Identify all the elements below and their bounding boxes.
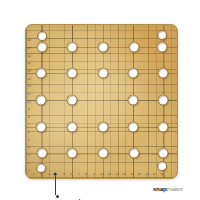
ruler-label: 8 — [86, 173, 88, 176]
peg-hole[interactable] — [99, 149, 108, 158]
peg-hole[interactable] — [99, 68, 108, 77]
ruler-label: 1 — [28, 169, 30, 172]
logo-text-bold: snap — [153, 185, 167, 191]
peg-hole[interactable] — [67, 95, 76, 104]
ruler-label: 5 — [63, 173, 65, 176]
peg-hole[interactable] — [99, 42, 108, 51]
ruler-label: 16 — [145, 173, 148, 176]
peg-hole[interactable] — [99, 122, 108, 131]
ruler-label: 16 — [27, 54, 30, 57]
ruler-label: 2 — [28, 161, 30, 164]
peg-hole[interactable] — [158, 95, 167, 104]
ruler-label: 7 — [28, 123, 30, 126]
peg-hole[interactable] — [129, 149, 138, 158]
ruler-label: 12 — [27, 85, 30, 88]
peg-hole[interactable] — [158, 31, 166, 39]
origin-point-icon — [56, 195, 59, 198]
peg-hole[interactable] — [37, 164, 45, 172]
ruler-label: 18 — [27, 39, 30, 42]
peg-hole[interactable] — [68, 149, 77, 158]
ruler-label: 9 — [28, 108, 30, 111]
ruler-label: 6 — [28, 131, 30, 134]
peg-hole[interactable] — [37, 68, 46, 77]
ruler-label: 14 — [27, 70, 30, 73]
ruler-label: 15 — [138, 173, 141, 176]
peg-hole[interactable] — [129, 95, 138, 104]
peg-hole[interactable] — [37, 149, 46, 158]
ruler-label: 1 — [33, 173, 35, 176]
peg-hole[interactable] — [158, 42, 167, 51]
ruler-label: 17 — [153, 173, 156, 176]
ruler-label: 13 — [27, 77, 30, 80]
product-photo: 123456789101112131415161718 123456789101… — [0, 0, 200, 200]
peg-hole[interactable] — [38, 32, 46, 40]
peg-hole[interactable] — [37, 95, 46, 104]
peg-hole[interactable] — [158, 122, 167, 131]
ruler-label: 6 — [70, 173, 72, 176]
ruler-label: 2 — [40, 173, 42, 176]
ruler-label: 15 — [27, 62, 30, 65]
ruler-label: 14 — [130, 173, 133, 176]
grid-major-line — [26, 100, 177, 101]
pegboard: 123456789101112131415161718 123456789101… — [25, 24, 178, 179]
ruler-label: 10 — [27, 100, 30, 103]
peg-hole[interactable] — [129, 122, 138, 131]
peg-hole[interactable] — [37, 122, 46, 131]
peg-hole[interactable] — [158, 162, 166, 170]
snapmaker-logo: snapmaker — [153, 186, 183, 192]
ruler-label: 9 — [93, 173, 95, 176]
peg-hole[interactable] — [158, 68, 167, 77]
ruler-label: 11 — [27, 93, 30, 96]
ruler-label: 7 — [78, 173, 80, 176]
ruler-label: 17 — [27, 47, 30, 50]
ruler-label: 18 — [160, 173, 163, 176]
ruler-label: 11 — [107, 173, 110, 176]
ruler-label: 13 — [123, 173, 126, 176]
peg-hole[interactable] — [37, 42, 46, 51]
logo-text-light: maker — [167, 185, 183, 191]
ruler-label: 10 — [100, 173, 103, 176]
peg-hole[interactable] — [129, 42, 138, 51]
ruler-label: 4 — [28, 146, 30, 149]
ruler-label: 3 — [28, 154, 30, 157]
peg-hole[interactable] — [67, 122, 76, 131]
ruler-label: 3 — [48, 173, 50, 176]
ruler-label: 8 — [28, 116, 30, 119]
ruler-label: 12 — [115, 173, 118, 176]
peg-hole[interactable] — [68, 42, 77, 51]
y-axis-arrow-icon — [55, 175, 56, 195]
peg-hole[interactable] — [129, 68, 138, 77]
ruler-label: 5 — [28, 138, 30, 141]
peg-hole[interactable] — [159, 149, 168, 158]
peg-hole[interactable] — [68, 68, 77, 77]
